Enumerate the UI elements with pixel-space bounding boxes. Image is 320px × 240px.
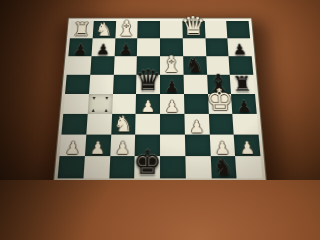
square-d3[interactable] [135, 114, 160, 135]
square-h8[interactable] [226, 21, 250, 38]
square-h2[interactable]: ♟ [234, 135, 261, 156]
square-e2[interactable] [160, 135, 185, 156]
square-d1[interactable]: ♚ [134, 156, 160, 178]
black-queen-d5[interactable]: ♛ [135, 66, 162, 95]
square-d4[interactable]: ♟ [136, 94, 160, 114]
white-pawn-a2[interactable]: ♟ [64, 140, 80, 157]
square-a1[interactable] [58, 156, 85, 178]
square-e6[interactable]: ♝ [160, 56, 183, 75]
square-a3[interactable] [61, 114, 87, 135]
square-h1[interactable] [235, 156, 262, 178]
chessboard[interactable]: ♜♞♝♛♟♟♟♟♝♞♛♟♝♜▾▾▴▴♟♟♚♟♞♟♟♟♟♟♟♚♞ [53, 18, 267, 180]
move-hint-arrows-icon: ▾▾▴▴ [87, 94, 112, 114]
board-row-rank-8: ♜♞♝♛ [70, 21, 250, 38]
square-b7[interactable]: ♟ [91, 38, 115, 56]
square-a4[interactable] [63, 94, 88, 114]
white-queen-f8[interactable]: ♛ [181, 13, 207, 39]
square-f6[interactable]: ♞ [183, 56, 207, 75]
board-row-rank-4: ▾▾▴▴♟♟♚♟ [63, 94, 256, 114]
square-b3[interactable] [86, 114, 112, 135]
square-e5[interactable]: ♟ [160, 75, 184, 94]
square-h3[interactable] [233, 114, 259, 135]
square-a8[interactable]: ♜ [70, 21, 94, 38]
square-a5[interactable] [65, 75, 90, 94]
white-pawn-e4[interactable]: ♟ [165, 99, 180, 115]
square-e3[interactable] [160, 114, 185, 135]
square-e4[interactable]: ♟ [160, 94, 184, 114]
square-g1[interactable]: ♞ [210, 156, 237, 178]
white-knight-c3[interactable]: ♞ [113, 114, 133, 136]
square-f5[interactable] [183, 75, 207, 94]
white-bishop-c8[interactable]: ♝ [116, 18, 138, 40]
black-pawn-c7[interactable]: ♟ [119, 43, 133, 57]
chessboard-wrapper: ♜♞♝♛♟♟♟♟♝♞♛♟♝♜▾▾▴▴♟♟♚♟♞♟♟♟♟♟♟♚♞ [61, 10, 259, 178]
board-row-rank-3: ♞♟ [61, 114, 258, 135]
white-pawn-h2[interactable]: ♟ [239, 140, 255, 157]
white-pawn-b2[interactable]: ♟ [90, 140, 106, 157]
white-pawn-d4[interactable]: ♟ [141, 99, 156, 115]
square-g2[interactable]: ♟ [209, 135, 235, 156]
square-g4[interactable]: ♚ [208, 94, 233, 114]
square-e1[interactable] [160, 156, 186, 178]
white-pawn-f3[interactable]: ♟ [189, 119, 204, 136]
square-c5[interactable] [113, 75, 137, 94]
square-a6[interactable] [67, 56, 92, 75]
square-b5[interactable] [89, 75, 114, 94]
square-d8[interactable] [137, 21, 160, 38]
white-pawn-c2[interactable]: ♟ [115, 140, 131, 157]
square-g7[interactable] [205, 38, 229, 56]
black-pawn-e5[interactable]: ♟ [165, 80, 179, 95]
square-h4[interactable]: ♟ [231, 94, 256, 114]
square-g8[interactable] [204, 21, 227, 38]
black-knight-g1[interactable]: ♞ [213, 156, 234, 179]
square-c3[interactable]: ♞ [111, 114, 136, 135]
square-f1[interactable] [185, 156, 211, 178]
square-f8[interactable]: ♛ [182, 21, 205, 38]
white-king-g4[interactable]: ♚ [206, 85, 235, 115]
square-f3[interactable]: ♟ [184, 114, 209, 135]
black-knight-f6[interactable]: ♞ [185, 56, 204, 75]
black-pawn-a7[interactable]: ♟ [73, 43, 88, 57]
square-c7[interactable]: ♟ [114, 38, 137, 56]
board-row-rank-1: ♚♞ [58, 156, 263, 178]
square-a7[interactable]: ♟ [68, 38, 92, 56]
square-d5[interactable]: ♛ [136, 75, 160, 94]
black-pawn-b7[interactable]: ♟ [96, 43, 111, 57]
square-c8[interactable]: ♝ [115, 21, 138, 38]
square-b2[interactable]: ♟ [85, 135, 111, 156]
square-c2[interactable]: ♟ [110, 135, 136, 156]
square-h7[interactable]: ♟ [228, 38, 252, 56]
white-knight-b8[interactable]: ♞ [95, 21, 114, 39]
white-rook-a8[interactable]: ♜ [72, 20, 92, 39]
black-rook-h5[interactable]: ♜ [232, 74, 253, 95]
black-pawn-h4[interactable]: ♟ [236, 99, 252, 115]
square-b4[interactable]: ▾▾▴▴ [87, 94, 112, 114]
square-f2[interactable] [185, 135, 211, 156]
square-g3[interactable] [208, 114, 234, 135]
wooden-table-background: { "game": "chess", "scene": "3d-glossy-c… [0, 0, 320, 180]
square-b1[interactable] [83, 156, 110, 178]
square-a2[interactable]: ♟ [60, 135, 87, 156]
square-f4[interactable] [184, 94, 209, 114]
black-pawn-h7[interactable]: ♟ [232, 43, 247, 57]
square-b8[interactable]: ♞ [92, 21, 115, 38]
square-c1[interactable] [109, 156, 135, 178]
square-b6[interactable] [90, 56, 114, 75]
square-c6[interactable] [113, 56, 137, 75]
white-bishop-e6[interactable]: ♝ [161, 53, 183, 76]
square-e8[interactable] [160, 21, 183, 38]
square-h5[interactable]: ♜ [230, 75, 255, 94]
black-king-d1[interactable]: ♚ [133, 146, 162, 179]
square-d7[interactable] [137, 38, 160, 56]
